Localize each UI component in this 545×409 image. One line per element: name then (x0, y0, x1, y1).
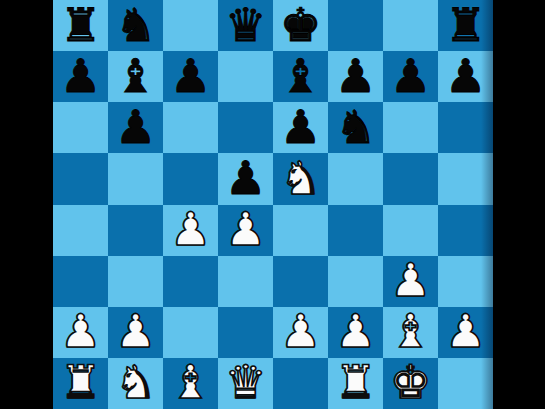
white-pawn-g3[interactable]: ♟ (390, 257, 431, 303)
white-rook-a1[interactable]: ♜ (60, 359, 101, 405)
square-g1[interactable]: ♚ (383, 358, 438, 409)
square-f7[interactable]: ♟ (328, 51, 383, 102)
square-g7[interactable]: ♟ (383, 51, 438, 102)
square-h2[interactable]: ♟ (438, 307, 493, 358)
square-c3[interactable] (163, 256, 218, 307)
square-b8[interactable]: ♞ (108, 0, 163, 51)
black-bishop-b7[interactable]: ♝ (115, 53, 156, 99)
square-c8[interactable] (163, 0, 218, 51)
square-a1[interactable]: ♜ (53, 358, 108, 409)
black-knight-b8[interactable]: ♞ (115, 2, 156, 48)
black-pawn-d5[interactable]: ♟ (225, 155, 266, 201)
square-c4[interactable]: ♟ (163, 205, 218, 256)
white-pawn-c4[interactable]: ♟ (170, 206, 211, 252)
square-d4[interactable]: ♟ (218, 205, 273, 256)
white-knight-b1[interactable]: ♞ (115, 359, 156, 405)
black-pawn-h7[interactable]: ♟ (445, 53, 486, 99)
square-b6[interactable]: ♟ (108, 102, 163, 153)
white-pawn-d4[interactable]: ♟ (225, 206, 266, 252)
square-b7[interactable]: ♝ (108, 51, 163, 102)
black-bishop-e7[interactable]: ♝ (280, 53, 321, 99)
black-rook-h8[interactable]: ♜ (445, 2, 486, 48)
square-g4[interactable] (383, 205, 438, 256)
square-d3[interactable] (218, 256, 273, 307)
black-king-e8[interactable]: ♚ (280, 2, 321, 48)
video-frame: ♜♞♛♚♜♟♝♟♝♟♟♟♟♟♞♟♞♟♟♟♟♟♟♟♝♟♜♞♝♛♜♚ (0, 0, 545, 409)
square-f4[interactable] (328, 205, 383, 256)
square-d1[interactable]: ♛ (218, 358, 273, 409)
square-f1[interactable]: ♜ (328, 358, 383, 409)
square-c5[interactable] (163, 153, 218, 204)
square-e7[interactable]: ♝ (273, 51, 328, 102)
white-bishop-g2[interactable]: ♝ (390, 308, 431, 354)
black-pawn-g7[interactable]: ♟ (390, 53, 431, 99)
white-pawn-e2[interactable]: ♟ (280, 308, 321, 354)
square-a4[interactable] (53, 205, 108, 256)
square-f2[interactable]: ♟ (328, 307, 383, 358)
square-d2[interactable] (218, 307, 273, 358)
square-e6[interactable]: ♟ (273, 102, 328, 153)
square-a2[interactable]: ♟ (53, 307, 108, 358)
white-knight-e5[interactable]: ♞ (280, 155, 321, 201)
square-b5[interactable] (108, 153, 163, 204)
square-e8[interactable]: ♚ (273, 0, 328, 51)
square-f5[interactable] (328, 153, 383, 204)
black-pawn-e6[interactable]: ♟ (280, 104, 321, 150)
white-pawn-b2[interactable]: ♟ (115, 308, 156, 354)
square-f6[interactable]: ♞ (328, 102, 383, 153)
square-h5[interactable] (438, 153, 493, 204)
square-h3[interactable] (438, 256, 493, 307)
black-knight-f6[interactable]: ♞ (335, 104, 376, 150)
white-bishop-c1[interactable]: ♝ (170, 359, 211, 405)
square-d6[interactable] (218, 102, 273, 153)
square-d8[interactable]: ♛ (218, 0, 273, 51)
square-e3[interactable] (273, 256, 328, 307)
square-h1[interactable] (438, 358, 493, 409)
square-g6[interactable] (383, 102, 438, 153)
square-h7[interactable]: ♟ (438, 51, 493, 102)
black-pawn-f7[interactable]: ♟ (335, 53, 376, 99)
square-e1[interactable] (273, 358, 328, 409)
chess-board: ♜♞♛♚♜♟♝♟♝♟♟♟♟♟♞♟♞♟♟♟♟♟♟♟♝♟♜♞♝♛♜♚ (53, 0, 493, 409)
black-pawn-b6[interactable]: ♟ (115, 104, 156, 150)
square-c1[interactable]: ♝ (163, 358, 218, 409)
square-g5[interactable] (383, 153, 438, 204)
square-e2[interactable]: ♟ (273, 307, 328, 358)
square-c6[interactable] (163, 102, 218, 153)
white-pawn-h2[interactable]: ♟ (445, 308, 486, 354)
white-rook-f1[interactable]: ♜ (335, 359, 376, 405)
black-rook-a8[interactable]: ♜ (60, 2, 101, 48)
square-g8[interactable] (383, 0, 438, 51)
square-d7[interactable] (218, 51, 273, 102)
square-a6[interactable] (53, 102, 108, 153)
square-h4[interactable] (438, 205, 493, 256)
square-d5[interactable]: ♟ (218, 153, 273, 204)
square-e4[interactable] (273, 205, 328, 256)
square-b3[interactable] (108, 256, 163, 307)
square-c2[interactable] (163, 307, 218, 358)
square-a3[interactable] (53, 256, 108, 307)
square-h8[interactable]: ♜ (438, 0, 493, 51)
square-b1[interactable]: ♞ (108, 358, 163, 409)
black-pawn-a7[interactable]: ♟ (60, 53, 101, 99)
square-b4[interactable] (108, 205, 163, 256)
square-f8[interactable] (328, 0, 383, 51)
square-h6[interactable] (438, 102, 493, 153)
square-f3[interactable] (328, 256, 383, 307)
black-queen-d8[interactable]: ♛ (225, 2, 266, 48)
square-g2[interactable]: ♝ (383, 307, 438, 358)
white-pawn-f2[interactable]: ♟ (335, 308, 376, 354)
square-a8[interactable]: ♜ (53, 0, 108, 51)
square-c7[interactable]: ♟ (163, 51, 218, 102)
square-b2[interactable]: ♟ (108, 307, 163, 358)
black-pawn-c7[interactable]: ♟ (170, 53, 211, 99)
square-e5[interactable]: ♞ (273, 153, 328, 204)
square-a5[interactable] (53, 153, 108, 204)
white-queen-d1[interactable]: ♛ (225, 359, 266, 405)
white-king-g1[interactable]: ♚ (390, 359, 431, 405)
square-a7[interactable]: ♟ (53, 51, 108, 102)
square-g3[interactable]: ♟ (383, 256, 438, 307)
white-pawn-a2[interactable]: ♟ (60, 308, 101, 354)
